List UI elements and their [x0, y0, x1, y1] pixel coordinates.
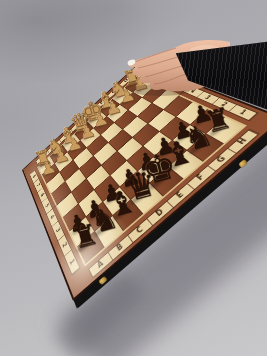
photo-scene: ABCDEFGH ABCDEFGH 87654321 87654321 ♜♞♝♛…	[0, 0, 267, 356]
rank-label: 1	[230, 105, 258, 120]
